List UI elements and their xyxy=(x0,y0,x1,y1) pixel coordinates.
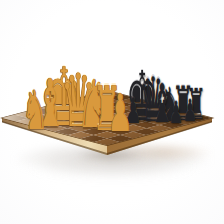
black-pawn: ♟ xyxy=(169,97,183,128)
white-knight: ♞ xyxy=(22,83,48,137)
black-pawn: ♟ xyxy=(183,95,197,126)
white-pawn: ♟ xyxy=(108,87,132,139)
pieces-layer: ♞♝♚♛♞♜♟♟♚♛♝♞♟♜♟♜ xyxy=(0,0,224,224)
chess-set-photo: ♞♝♚♛♞♜♟♟♚♛♝♞♟♜♟♜ xyxy=(0,0,224,224)
